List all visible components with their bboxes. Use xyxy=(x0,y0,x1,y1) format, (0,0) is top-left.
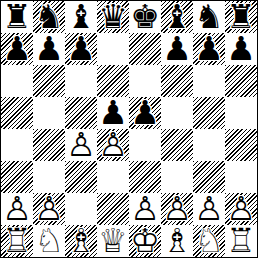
piece-glyph: ♟ xyxy=(225,33,257,65)
piece-glyph: ♟ xyxy=(161,33,193,65)
piece-glyph: ♙ xyxy=(65,129,97,161)
white-bishop-icon: ♝♗ xyxy=(65,225,97,257)
square-e7[interactable] xyxy=(129,33,161,65)
square-b1[interactable]: ♞♘ xyxy=(33,225,65,257)
square-e5[interactable]: ♟♟ xyxy=(129,97,161,129)
square-c7[interactable]: ♟♟ xyxy=(65,33,97,65)
square-f6[interactable] xyxy=(161,65,193,97)
square-g5[interactable] xyxy=(193,97,225,129)
square-a6[interactable] xyxy=(1,65,33,97)
black-pawn-icon: ♟♟ xyxy=(129,97,161,129)
square-f4[interactable] xyxy=(161,129,193,161)
white-pawn-icon: ♟♙ xyxy=(65,129,97,161)
square-h7[interactable]: ♟♟ xyxy=(225,33,257,65)
piece-glyph: ♗ xyxy=(161,225,193,257)
board-grid: ♜♜♞♞♝♝♛♛♚♚♝♝♞♞♜♜♟♟♟♟♟♟♟♟♟♟♟♟♟♟♟♟♟♙♟♙♟♙♟♙… xyxy=(1,1,257,257)
square-b4[interactable] xyxy=(33,129,65,161)
square-f7[interactable]: ♟♟ xyxy=(161,33,193,65)
square-a4[interactable] xyxy=(1,129,33,161)
chess-board: ♜♜♞♞♝♝♛♛♚♚♝♝♞♞♜♜♟♟♟♟♟♟♟♟♟♟♟♟♟♟♟♟♟♙♟♙♟♙♟♙… xyxy=(0,0,258,258)
square-h4[interactable] xyxy=(225,129,257,161)
piece-glyph: ♘ xyxy=(193,225,225,257)
square-b7[interactable]: ♟♟ xyxy=(33,33,65,65)
white-rook-icon: ♜♖ xyxy=(1,225,33,257)
black-king-icon: ♚♚ xyxy=(129,1,161,33)
black-pawn-icon: ♟♟ xyxy=(65,33,97,65)
white-queen-icon: ♛♕ xyxy=(97,225,129,257)
white-knight-icon: ♞♘ xyxy=(193,225,225,257)
square-g1[interactable]: ♞♘ xyxy=(193,225,225,257)
square-d1[interactable]: ♛♕ xyxy=(97,225,129,257)
square-c1[interactable]: ♝♗ xyxy=(65,225,97,257)
white-pawn-icon: ♟♙ xyxy=(97,129,129,161)
piece-glyph: ♖ xyxy=(225,225,257,257)
square-b6[interactable] xyxy=(33,65,65,97)
piece-glyph: ♚ xyxy=(129,1,161,33)
black-pawn-icon: ♟♟ xyxy=(193,33,225,65)
square-c3[interactable] xyxy=(65,161,97,193)
piece-glyph: ♗ xyxy=(65,225,97,257)
square-d8[interactable]: ♛♛ xyxy=(97,1,129,33)
square-f1[interactable]: ♝♗ xyxy=(161,225,193,257)
square-g7[interactable]: ♟♟ xyxy=(193,33,225,65)
square-e1[interactable]: ♚♔ xyxy=(129,225,161,257)
square-g6[interactable] xyxy=(193,65,225,97)
white-king-icon: ♚♔ xyxy=(129,225,161,257)
piece-glyph: ♙ xyxy=(97,129,129,161)
piece-glyph: ♟ xyxy=(33,33,65,65)
square-g4[interactable] xyxy=(193,129,225,161)
black-pawn-icon: ♟♟ xyxy=(1,33,33,65)
piece-glyph: ♟ xyxy=(193,33,225,65)
piece-glyph: ♟ xyxy=(129,97,161,129)
square-c4[interactable]: ♟♙ xyxy=(65,129,97,161)
piece-glyph: ♟ xyxy=(1,33,33,65)
square-e4[interactable] xyxy=(129,129,161,161)
square-h5[interactable] xyxy=(225,97,257,129)
piece-glyph: ♕ xyxy=(97,225,129,257)
white-bishop-icon: ♝♗ xyxy=(161,225,193,257)
white-rook-icon: ♜♖ xyxy=(225,225,257,257)
piece-glyph: ♟ xyxy=(65,33,97,65)
square-c6[interactable] xyxy=(65,65,97,97)
black-pawn-icon: ♟♟ xyxy=(161,33,193,65)
square-h1[interactable]: ♜♖ xyxy=(225,225,257,257)
square-e8[interactable]: ♚♚ xyxy=(129,1,161,33)
piece-glyph: ♔ xyxy=(129,225,161,257)
black-pawn-icon: ♟♟ xyxy=(225,33,257,65)
square-f5[interactable] xyxy=(161,97,193,129)
square-h6[interactable] xyxy=(225,65,257,97)
black-queen-icon: ♛♛ xyxy=(97,1,129,33)
square-d7[interactable] xyxy=(97,33,129,65)
piece-glyph: ♖ xyxy=(1,225,33,257)
piece-glyph: ♘ xyxy=(33,225,65,257)
square-d4[interactable]: ♟♙ xyxy=(97,129,129,161)
white-knight-icon: ♞♘ xyxy=(33,225,65,257)
square-a5[interactable] xyxy=(1,97,33,129)
square-b5[interactable] xyxy=(33,97,65,129)
black-pawn-icon: ♟♟ xyxy=(33,33,65,65)
square-a7[interactable]: ♟♟ xyxy=(1,33,33,65)
square-a1[interactable]: ♜♖ xyxy=(1,225,33,257)
piece-glyph: ♛ xyxy=(97,1,129,33)
square-d3[interactable] xyxy=(97,161,129,193)
